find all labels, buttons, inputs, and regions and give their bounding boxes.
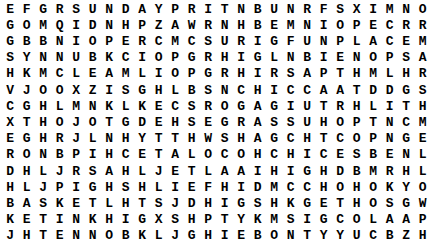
grid-cell[interactable]: R xyxy=(332,98,349,114)
grid-cell[interactable]: G xyxy=(266,33,283,49)
grid-cell[interactable]: Y xyxy=(19,50,36,66)
grid-cell[interactable]: O xyxy=(332,17,349,33)
grid-cell[interactable]: O xyxy=(85,114,102,130)
grid-cell[interactable]: H xyxy=(35,131,52,147)
grid-cell[interactable]: R xyxy=(398,17,415,33)
grid-cell[interactable]: B xyxy=(2,195,19,211)
grid-cell[interactable]: R xyxy=(200,17,217,33)
grid-cell[interactable]: R xyxy=(200,98,217,114)
grid-cell[interactable]: J xyxy=(167,195,184,211)
grid-cell[interactable]: J xyxy=(2,228,19,244)
grid-cell[interactable]: H xyxy=(101,212,118,228)
grid-cell[interactable]: H xyxy=(19,163,36,179)
grid-cell[interactable]: N xyxy=(382,114,399,130)
grid-cell[interactable]: T xyxy=(299,228,316,244)
grid-cell[interactable]: K xyxy=(52,195,69,211)
grid-cell[interactable]: O xyxy=(266,228,283,244)
grid-cell[interactable]: C xyxy=(283,82,300,98)
grid-cell[interactable]: G xyxy=(217,114,234,130)
grid-cell[interactable]: U xyxy=(349,228,366,244)
grid-cell[interactable]: A xyxy=(299,66,316,82)
grid-cell[interactable]: C xyxy=(151,33,168,49)
grid-cell[interactable]: G xyxy=(19,98,36,114)
grid-cell[interactable]: L xyxy=(68,66,85,82)
grid-cell[interactable]: T xyxy=(101,114,118,130)
grid-cell[interactable]: B xyxy=(365,147,382,163)
grid-cell[interactable]: G xyxy=(118,114,135,130)
grid-cell[interactable]: X xyxy=(2,114,19,130)
grid-cell[interactable]: S xyxy=(68,1,85,17)
grid-cell[interactable]: H xyxy=(35,98,52,114)
grid-cell[interactable]: H xyxy=(2,66,19,82)
grid-cell[interactable]: O xyxy=(365,179,382,195)
grid-cell[interactable]: U xyxy=(299,33,316,49)
grid-cell[interactable]: T xyxy=(398,98,415,114)
grid-cell[interactable]: D xyxy=(118,1,135,17)
grid-cell[interactable]: I xyxy=(68,17,85,33)
grid-cell[interactable]: A xyxy=(250,114,267,130)
grid-cell[interactable]: M xyxy=(415,114,432,130)
grid-cell[interactable]: S xyxy=(184,114,201,130)
grid-cell[interactable]: R xyxy=(299,1,316,17)
grid-cell[interactable]: O xyxy=(19,147,36,163)
grid-cell[interactable]: P xyxy=(52,179,69,195)
grid-cell[interactable]: H xyxy=(316,114,333,130)
grid-cell[interactable]: H xyxy=(398,163,415,179)
grid-cell[interactable]: O xyxy=(365,195,382,211)
grid-cell[interactable]: N xyxy=(217,17,234,33)
grid-cell[interactable]: A xyxy=(101,66,118,82)
grid-cell[interactable]: L xyxy=(85,131,102,147)
grid-cell[interactable]: R xyxy=(52,1,69,17)
grid-cell[interactable]: H xyxy=(299,131,316,147)
grid-cell[interactable]: H xyxy=(184,131,201,147)
grid-cell[interactable]: C xyxy=(217,147,234,163)
grid-cell[interactable]: R xyxy=(52,131,69,147)
grid-cell[interactable]: A xyxy=(250,131,267,147)
grid-cell[interactable]: U xyxy=(85,1,102,17)
grid-cell[interactable]: I xyxy=(52,212,69,228)
grid-cell[interactable]: C xyxy=(167,98,184,114)
grid-cell[interactable]: L xyxy=(382,66,399,82)
grid-cell[interactable]: A xyxy=(250,98,267,114)
grid-cell[interactable]: I xyxy=(250,33,267,49)
grid-cell[interactable]: H xyxy=(217,50,234,66)
grid-cell[interactable]: L xyxy=(151,179,168,195)
grid-cell[interactable]: R xyxy=(217,66,234,82)
grid-cell[interactable]: H xyxy=(167,114,184,130)
grid-cell[interactable]: E xyxy=(200,114,217,130)
grid-cell[interactable]: G xyxy=(233,98,250,114)
grid-cell[interactable]: K xyxy=(2,212,19,228)
grid-cell[interactable]: O xyxy=(349,131,366,147)
grid-cell[interactable]: K xyxy=(101,98,118,114)
grid-cell[interactable]: U xyxy=(68,50,85,66)
grid-cell[interactable]: M xyxy=(68,98,85,114)
grid-cell[interactable]: L xyxy=(151,228,168,244)
grid-cell[interactable]: D xyxy=(184,195,201,211)
grid-cell[interactable]: I xyxy=(151,66,168,82)
grid-cell[interactable]: O xyxy=(19,17,36,33)
grid-cell[interactable]: H xyxy=(217,179,234,195)
grid-cell[interactable]: C xyxy=(332,131,349,147)
grid-cell[interactable]: J xyxy=(68,114,85,130)
grid-cell[interactable]: S xyxy=(184,98,201,114)
grid-cell[interactable]: P xyxy=(167,1,184,17)
grid-cell[interactable]: E xyxy=(365,17,382,33)
grid-cell[interactable]: N xyxy=(398,1,415,17)
grid-cell[interactable]: G xyxy=(299,195,316,211)
grid-cell[interactable]: F xyxy=(200,179,217,195)
grid-cell[interactable]: L xyxy=(184,147,201,163)
grid-cell[interactable]: H xyxy=(316,163,333,179)
grid-cell[interactable]: K xyxy=(19,66,36,82)
grid-cell[interactable]: A xyxy=(332,82,349,98)
grid-cell[interactable]: H xyxy=(151,82,168,98)
grid-cell[interactable]: N xyxy=(52,50,69,66)
grid-cell[interactable]: G xyxy=(200,66,217,82)
grid-cell[interactable]: T xyxy=(316,98,333,114)
grid-cell[interactable]: E xyxy=(382,147,399,163)
grid-cell[interactable]: J xyxy=(68,131,85,147)
grid-cell[interactable]: I xyxy=(85,147,102,163)
grid-cell[interactable]: K xyxy=(85,212,102,228)
grid-cell[interactable]: U xyxy=(299,114,316,130)
grid-cell[interactable]: O xyxy=(101,228,118,244)
grid-cell[interactable]: A xyxy=(398,212,415,228)
grid-cell[interactable]: C xyxy=(382,17,399,33)
grid-cell[interactable]: O xyxy=(85,33,102,49)
grid-cell[interactable]: N xyxy=(382,131,399,147)
grid-cell[interactable]: G xyxy=(266,131,283,147)
grid-cell[interactable]: S xyxy=(200,82,217,98)
grid-cell[interactable]: T xyxy=(35,228,52,244)
grid-cell[interactable]: D xyxy=(365,82,382,98)
grid-cell[interactable]: I xyxy=(382,98,399,114)
grid-cell[interactable]: T xyxy=(365,114,382,130)
grid-cell[interactable]: G xyxy=(134,212,151,228)
grid-cell[interactable]: N xyxy=(299,17,316,33)
grid-cell[interactable]: O xyxy=(233,147,250,163)
grid-cell[interactable]: G xyxy=(266,98,283,114)
grid-cell[interactable]: I xyxy=(233,179,250,195)
grid-cell[interactable]: I xyxy=(101,82,118,98)
grid-cell[interactable]: S xyxy=(85,163,102,179)
grid-cell[interactable]: A xyxy=(365,33,382,49)
grid-cell[interactable]: C xyxy=(118,50,135,66)
grid-cell[interactable]: I xyxy=(233,50,250,66)
grid-cell[interactable]: N xyxy=(398,147,415,163)
grid-cell[interactable]: M xyxy=(35,66,52,82)
grid-cell[interactable]: R xyxy=(233,33,250,49)
grid-cell[interactable]: C xyxy=(382,33,399,49)
grid-cell[interactable]: N xyxy=(35,147,52,163)
grid-cell[interactable]: L xyxy=(415,147,432,163)
grid-cell[interactable]: O xyxy=(35,82,52,98)
grid-cell[interactable]: B xyxy=(349,163,366,179)
grid-cell[interactable]: Y xyxy=(233,212,250,228)
grid-cell[interactable]: N xyxy=(101,17,118,33)
grid-cell[interactable]: C xyxy=(332,212,349,228)
grid-cell[interactable]: E xyxy=(134,147,151,163)
grid-cell[interactable]: I xyxy=(283,98,300,114)
grid-cell[interactable]: B xyxy=(52,147,69,163)
grid-cell[interactable]: B xyxy=(118,228,135,244)
grid-cell[interactable]: I xyxy=(118,212,135,228)
grid-cell[interactable]: O xyxy=(365,50,382,66)
grid-cell[interactable]: K xyxy=(382,179,399,195)
grid-cell[interactable]: J xyxy=(52,163,69,179)
grid-cell[interactable]: H xyxy=(200,228,217,244)
grid-cell[interactable]: T xyxy=(332,195,349,211)
grid-cell[interactable]: L xyxy=(167,82,184,98)
grid-cell[interactable]: H xyxy=(134,179,151,195)
grid-cell[interactable]: I xyxy=(134,50,151,66)
grid-cell[interactable]: O xyxy=(200,147,217,163)
grid-cell[interactable]: O xyxy=(151,50,168,66)
grid-cell[interactable]: H xyxy=(250,147,267,163)
grid-cell[interactable]: E xyxy=(68,195,85,211)
grid-cell[interactable]: T xyxy=(217,212,234,228)
grid-cell[interactable]: G xyxy=(19,131,36,147)
grid-cell[interactable]: S xyxy=(2,50,19,66)
grid-cell[interactable]: I xyxy=(200,1,217,17)
grid-cell[interactable]: X xyxy=(151,212,168,228)
grid-cell[interactable]: T xyxy=(151,147,168,163)
grid-cell[interactable]: E xyxy=(19,212,36,228)
grid-cell[interactable]: H xyxy=(398,66,415,82)
grid-cell[interactable]: P xyxy=(134,17,151,33)
grid-cell[interactable]: Z xyxy=(398,228,415,244)
grid-cell[interactable]: E xyxy=(332,147,349,163)
grid-cell[interactable]: O xyxy=(349,212,366,228)
grid-cell[interactable]: H xyxy=(349,195,366,211)
grid-cell[interactable]: H xyxy=(349,98,366,114)
grid-cell[interactable]: C xyxy=(52,66,69,82)
grid-cell[interactable]: B xyxy=(19,33,36,49)
grid-cell[interactable]: Y xyxy=(134,131,151,147)
grid-cell[interactable]: H xyxy=(316,179,333,195)
grid-cell[interactable]: R xyxy=(415,66,432,82)
grid-cell[interactable]: S xyxy=(217,131,234,147)
grid-cell[interactable]: O xyxy=(52,82,69,98)
grid-cell[interactable]: K xyxy=(283,195,300,211)
grid-cell[interactable]: E xyxy=(398,33,415,49)
grid-cell[interactable]: G xyxy=(398,195,415,211)
grid-cell[interactable]: R xyxy=(134,33,151,49)
grid-cell[interactable]: Y xyxy=(151,1,168,17)
grid-cell[interactable]: F xyxy=(19,1,36,17)
grid-cell[interactable]: H xyxy=(266,195,283,211)
grid-cell[interactable]: J xyxy=(35,179,52,195)
grid-cell[interactable]: E xyxy=(167,163,184,179)
grid-cell[interactable]: S xyxy=(349,147,366,163)
grid-cell[interactable]: E xyxy=(316,195,333,211)
grid-cell[interactable]: P xyxy=(349,114,366,130)
grid-cell[interactable]: T xyxy=(151,131,168,147)
grid-cell[interactable]: S xyxy=(250,195,267,211)
grid-cell[interactable]: S xyxy=(35,195,52,211)
grid-cell[interactable]: P xyxy=(200,212,217,228)
grid-cell[interactable]: B xyxy=(250,17,267,33)
grid-cell[interactable]: I xyxy=(68,179,85,195)
grid-cell[interactable]: A xyxy=(233,163,250,179)
grid-cell[interactable]: E xyxy=(2,131,19,147)
grid-cell[interactable]: H xyxy=(19,228,36,244)
grid-cell[interactable]: S xyxy=(332,1,349,17)
grid-cell[interactable]: H xyxy=(233,17,250,33)
grid-cell[interactable]: O xyxy=(415,1,432,17)
grid-cell[interactable]: I xyxy=(217,195,234,211)
grid-cell[interactable]: O xyxy=(332,114,349,130)
grid-cell[interactable]: M xyxy=(266,179,283,195)
grid-cell[interactable]: S xyxy=(283,66,300,82)
grid-cell[interactable]: U xyxy=(299,98,316,114)
grid-cell[interactable]: N xyxy=(85,98,102,114)
grid-cell[interactable]: I xyxy=(167,179,184,195)
grid-cell[interactable]: A xyxy=(415,50,432,66)
grid-cell[interactable]: H xyxy=(2,179,19,195)
grid-cell[interactable]: W xyxy=(200,131,217,147)
grid-cell[interactable]: L xyxy=(349,33,366,49)
grid-cell[interactable]: N xyxy=(52,33,69,49)
grid-cell[interactable]: C xyxy=(118,147,135,163)
grid-cell[interactable]: L xyxy=(415,163,432,179)
grid-cell[interactable]: M xyxy=(415,33,432,49)
grid-cell[interactable]: C xyxy=(233,82,250,98)
grid-cell[interactable]: E xyxy=(151,98,168,114)
grid-cell[interactable]: H xyxy=(233,66,250,82)
grid-cell[interactable]: T xyxy=(35,212,52,228)
grid-cell[interactable]: N xyxy=(283,1,300,17)
grid-cell[interactable]: S xyxy=(398,50,415,66)
grid-cell[interactable]: K xyxy=(134,98,151,114)
grid-cell[interactable]: P xyxy=(68,147,85,163)
grid-cell[interactable]: E xyxy=(85,66,102,82)
grid-cell[interactable]: R xyxy=(233,114,250,130)
grid-cell[interactable]: R xyxy=(2,147,19,163)
grid-cell[interactable]: I xyxy=(299,147,316,163)
grid-cell[interactable]: W xyxy=(184,17,201,33)
grid-cell[interactable]: N xyxy=(101,131,118,147)
grid-cell[interactable]: U xyxy=(266,1,283,17)
grid-cell[interactable]: P xyxy=(316,66,333,82)
grid-cell[interactable]: H xyxy=(118,195,135,211)
grid-cell[interactable]: Z xyxy=(151,17,168,33)
grid-cell[interactable]: I xyxy=(266,82,283,98)
grid-cell[interactable]: X xyxy=(68,82,85,98)
grid-cell[interactable]: H xyxy=(101,147,118,163)
grid-cell[interactable]: M xyxy=(382,1,399,17)
grid-cell[interactable]: O xyxy=(332,179,349,195)
grid-cell[interactable]: M xyxy=(167,33,184,49)
grid-cell[interactable]: O xyxy=(217,98,234,114)
grid-cell[interactable]: S xyxy=(415,82,432,98)
grid-cell[interactable]: X xyxy=(349,1,366,17)
grid-cell[interactable]: D xyxy=(2,163,19,179)
grid-cell[interactable]: T xyxy=(85,195,102,211)
grid-cell[interactable]: H xyxy=(250,82,267,98)
grid-cell[interactable]: A xyxy=(134,1,151,17)
grid-cell[interactable]: L xyxy=(365,212,382,228)
grid-cell[interactable]: E xyxy=(184,179,201,195)
grid-cell[interactable]: N xyxy=(68,212,85,228)
grid-cell[interactable]: N xyxy=(101,1,118,17)
grid-cell[interactable]: Y xyxy=(332,228,349,244)
grid-cell[interactable]: L xyxy=(134,163,151,179)
grid-cell[interactable]: B xyxy=(299,50,316,66)
grid-cell[interactable]: L xyxy=(134,66,151,82)
grid-cell[interactable]: L xyxy=(365,98,382,114)
grid-cell[interactable]: K xyxy=(134,228,151,244)
grid-cell[interactable]: S xyxy=(118,82,135,98)
grid-cell[interactable]: D xyxy=(250,179,267,195)
grid-cell[interactable]: I xyxy=(365,1,382,17)
grid-cell[interactable]: H xyxy=(118,17,135,33)
grid-cell[interactable]: B xyxy=(85,50,102,66)
grid-cell[interactable]: J xyxy=(151,163,168,179)
grid-cell[interactable]: A xyxy=(382,212,399,228)
grid-cell[interactable]: E xyxy=(233,228,250,244)
grid-cell[interactable]: T xyxy=(19,114,36,130)
grid-cell[interactable]: G xyxy=(184,228,201,244)
grid-cell[interactable]: J xyxy=(167,228,184,244)
grid-cell[interactable]: S xyxy=(167,212,184,228)
grid-cell[interactable]: V xyxy=(2,82,19,98)
grid-cell[interactable]: O xyxy=(52,114,69,130)
grid-cell[interactable]: R xyxy=(68,163,85,179)
grid-cell[interactable]: N xyxy=(85,228,102,244)
grid-cell[interactable]: W xyxy=(415,195,432,211)
grid-cell[interactable]: S xyxy=(200,33,217,49)
grid-cell[interactable]: N xyxy=(316,33,333,49)
grid-cell[interactable]: P xyxy=(184,66,201,82)
grid-cell[interactable]: T xyxy=(332,66,349,82)
grid-cell[interactable]: Y xyxy=(398,179,415,195)
grid-cell[interactable]: E xyxy=(151,114,168,130)
grid-cell[interactable]: G xyxy=(299,163,316,179)
grid-cell[interactable]: A xyxy=(101,163,118,179)
grid-cell[interactable]: T xyxy=(167,131,184,147)
grid-cell[interactable]: S xyxy=(266,114,283,130)
grid-cell[interactable]: S xyxy=(382,195,399,211)
grid-cell[interactable]: E xyxy=(118,33,135,49)
grid-cell[interactable]: A xyxy=(167,17,184,33)
grid-cell[interactable]: M xyxy=(283,17,300,33)
grid-cell[interactable]: D xyxy=(85,17,102,33)
grid-cell[interactable]: S xyxy=(118,179,135,195)
grid-cell[interactable]: B xyxy=(250,228,267,244)
grid-cell[interactable]: T xyxy=(316,131,333,147)
grid-cell[interactable]: S xyxy=(283,212,300,228)
grid-cell[interactable]: B xyxy=(35,33,52,49)
grid-cell[interactable]: R xyxy=(184,1,201,17)
grid-cell[interactable]: H xyxy=(35,114,52,130)
grid-cell[interactable]: M xyxy=(118,66,135,82)
grid-cell[interactable]: R xyxy=(382,163,399,179)
grid-cell[interactable]: O xyxy=(415,179,432,195)
grid-cell[interactable]: P xyxy=(365,131,382,147)
grid-cell[interactable]: H xyxy=(184,212,201,228)
grid-cell[interactable]: G xyxy=(316,212,333,228)
grid-cell[interactable]: G xyxy=(398,82,415,98)
grid-cell[interactable]: I xyxy=(250,66,267,82)
grid-cell[interactable]: S xyxy=(151,195,168,211)
grid-cell[interactable]: D xyxy=(134,114,151,130)
grid-cell[interactable]: M xyxy=(365,66,382,82)
grid-cell[interactable]: H xyxy=(118,131,135,147)
grid-cell[interactable]: E xyxy=(2,1,19,17)
